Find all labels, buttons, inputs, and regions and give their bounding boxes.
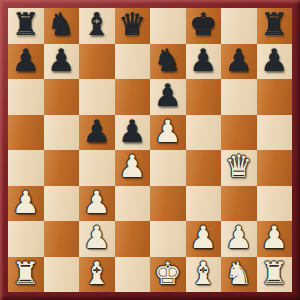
square-c3[interactable]: ♟ bbox=[79, 186, 115, 222]
piece-white-pawn[interactable]: ♟ bbox=[83, 187, 111, 218]
square-a2[interactable] bbox=[8, 221, 44, 257]
square-d1[interactable] bbox=[115, 257, 151, 293]
square-d5[interactable]: ♟ bbox=[115, 115, 151, 151]
square-a3[interactable]: ♟ bbox=[8, 186, 44, 222]
piece-black-pawn[interactable]: ♟ bbox=[118, 116, 146, 147]
piece-black-rook[interactable]: ♜ bbox=[12, 9, 40, 40]
square-e2[interactable] bbox=[150, 221, 186, 257]
square-b1[interactable] bbox=[44, 257, 80, 293]
board-frame: ♜♞♝♛♚♜♟♟♞♟♟♟♟♟♟♟♟♛♟♟♟♟♟♟♜♝♚♝♞♜ bbox=[0, 0, 300, 300]
square-h8[interactable]: ♜ bbox=[257, 8, 293, 44]
square-b8[interactable]: ♞ bbox=[44, 8, 80, 44]
square-h3[interactable] bbox=[257, 186, 293, 222]
square-a5[interactable] bbox=[8, 115, 44, 151]
piece-white-bishop[interactable]: ♝ bbox=[83, 258, 111, 289]
square-h4[interactable] bbox=[257, 150, 293, 186]
square-f2[interactable]: ♟ bbox=[186, 221, 222, 257]
square-b4[interactable] bbox=[44, 150, 80, 186]
square-e8[interactable] bbox=[150, 8, 186, 44]
piece-white-pawn[interactable]: ♟ bbox=[83, 222, 111, 253]
square-f8[interactable]: ♚ bbox=[186, 8, 222, 44]
square-b5[interactable] bbox=[44, 115, 80, 151]
piece-white-bishop[interactable]: ♝ bbox=[189, 258, 217, 289]
square-b7[interactable]: ♟ bbox=[44, 44, 80, 80]
square-e5[interactable]: ♟ bbox=[150, 115, 186, 151]
piece-black-king[interactable]: ♚ bbox=[189, 9, 217, 40]
square-a4[interactable] bbox=[8, 150, 44, 186]
square-e1[interactable]: ♚ bbox=[150, 257, 186, 293]
square-a6[interactable] bbox=[8, 79, 44, 115]
chess-board: ♜♞♝♛♚♜♟♟♞♟♟♟♟♟♟♟♟♛♟♟♟♟♟♟♜♝♚♝♞♜ bbox=[8, 8, 292, 292]
piece-black-pawn[interactable]: ♟ bbox=[47, 45, 75, 76]
square-f5[interactable] bbox=[186, 115, 222, 151]
piece-white-knight[interactable]: ♞ bbox=[225, 258, 253, 289]
piece-black-bishop[interactable]: ♝ bbox=[83, 9, 111, 40]
piece-white-pawn[interactable]: ♟ bbox=[118, 151, 146, 182]
square-f1[interactable]: ♝ bbox=[186, 257, 222, 293]
piece-white-pawn[interactable]: ♟ bbox=[12, 187, 40, 218]
square-d3[interactable] bbox=[115, 186, 151, 222]
square-f4[interactable] bbox=[186, 150, 222, 186]
square-h7[interactable]: ♟ bbox=[257, 44, 293, 80]
square-h1[interactable]: ♜ bbox=[257, 257, 293, 293]
square-d4[interactable]: ♟ bbox=[115, 150, 151, 186]
square-h6[interactable] bbox=[257, 79, 293, 115]
square-c7[interactable] bbox=[79, 44, 115, 80]
square-a8[interactable]: ♜ bbox=[8, 8, 44, 44]
square-b3[interactable] bbox=[44, 186, 80, 222]
square-g7[interactable]: ♟ bbox=[221, 44, 257, 80]
piece-black-queen[interactable]: ♛ bbox=[118, 9, 146, 40]
piece-black-pawn[interactable]: ♟ bbox=[225, 45, 253, 76]
piece-white-rook[interactable]: ♜ bbox=[12, 258, 40, 289]
square-g2[interactable]: ♟ bbox=[221, 221, 257, 257]
square-e3[interactable] bbox=[150, 186, 186, 222]
square-c1[interactable]: ♝ bbox=[79, 257, 115, 293]
piece-white-rook[interactable]: ♜ bbox=[260, 258, 288, 289]
square-e6[interactable]: ♟ bbox=[150, 79, 186, 115]
square-g3[interactable] bbox=[221, 186, 257, 222]
square-c5[interactable]: ♟ bbox=[79, 115, 115, 151]
piece-white-king[interactable]: ♚ bbox=[154, 258, 182, 289]
square-g6[interactable] bbox=[221, 79, 257, 115]
piece-black-pawn[interactable]: ♟ bbox=[189, 45, 217, 76]
square-c2[interactable]: ♟ bbox=[79, 221, 115, 257]
piece-black-pawn[interactable]: ♟ bbox=[12, 45, 40, 76]
piece-black-knight[interactable]: ♞ bbox=[47, 9, 75, 40]
square-c8[interactable]: ♝ bbox=[79, 8, 115, 44]
piece-white-queen[interactable]: ♛ bbox=[225, 151, 253, 182]
square-a7[interactable]: ♟ bbox=[8, 44, 44, 80]
piece-white-pawn[interactable]: ♟ bbox=[154, 116, 182, 147]
square-d6[interactable] bbox=[115, 79, 151, 115]
square-f3[interactable] bbox=[186, 186, 222, 222]
square-h2[interactable]: ♟ bbox=[257, 221, 293, 257]
square-g1[interactable]: ♞ bbox=[221, 257, 257, 293]
square-d7[interactable] bbox=[115, 44, 151, 80]
square-b6[interactable] bbox=[44, 79, 80, 115]
piece-black-pawn[interactable]: ♟ bbox=[260, 45, 288, 76]
piece-black-knight[interactable]: ♞ bbox=[154, 45, 182, 76]
square-e4[interactable] bbox=[150, 150, 186, 186]
square-a1[interactable]: ♜ bbox=[8, 257, 44, 293]
square-f7[interactable]: ♟ bbox=[186, 44, 222, 80]
piece-white-pawn[interactable]: ♟ bbox=[189, 222, 217, 253]
square-f6[interactable] bbox=[186, 79, 222, 115]
piece-black-pawn[interactable]: ♟ bbox=[83, 116, 111, 147]
square-d2[interactable] bbox=[115, 221, 151, 257]
square-g5[interactable] bbox=[221, 115, 257, 151]
square-c4[interactable] bbox=[79, 150, 115, 186]
piece-black-pawn[interactable]: ♟ bbox=[154, 80, 182, 111]
square-h5[interactable] bbox=[257, 115, 293, 151]
square-g4[interactable]: ♛ bbox=[221, 150, 257, 186]
square-d8[interactable]: ♛ bbox=[115, 8, 151, 44]
piece-white-pawn[interactable]: ♟ bbox=[225, 222, 253, 253]
piece-black-rook[interactable]: ♜ bbox=[260, 9, 288, 40]
square-b2[interactable] bbox=[44, 221, 80, 257]
square-g8[interactable] bbox=[221, 8, 257, 44]
square-e7[interactable]: ♞ bbox=[150, 44, 186, 80]
square-c6[interactable] bbox=[79, 79, 115, 115]
piece-white-pawn[interactable]: ♟ bbox=[260, 222, 288, 253]
